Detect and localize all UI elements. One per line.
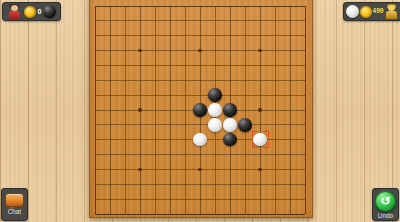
black-stone <box>208 88 221 101</box>
board-gridline-h <box>95 199 305 200</box>
undo-button[interactable]: ↺ Undo <box>372 188 399 221</box>
undo-arrow-icon: ↺ <box>375 191 396 212</box>
player-white-coin-count: 499 <box>373 8 384 15</box>
black-stone <box>223 103 236 116</box>
star-point <box>258 168 261 171</box>
board[interactable] <box>89 0 313 218</box>
game-screen: 0 499 Chat ↺ Undo <box>0 0 400 222</box>
white-stone-icon <box>346 5 359 18</box>
undo-button-label: Undo <box>378 212 393 218</box>
board-gridline-h <box>95 214 305 215</box>
player-panel-black: 0 <box>2 2 61 21</box>
star-point <box>198 49 201 52</box>
board-gridline-h <box>95 124 305 125</box>
player-black-coin-count: 0 <box>38 8 42 15</box>
board-gridline-h <box>95 154 305 155</box>
white-stone <box>208 103 221 116</box>
player-panel-white: 499 <box>343 2 400 21</box>
star-point <box>258 108 261 111</box>
white-stone <box>193 133 206 146</box>
board-gridline-v <box>305 6 306 214</box>
black-stone <box>238 118 251 131</box>
chat-button[interactable]: Chat <box>1 188 28 221</box>
coin-icon <box>24 6 36 18</box>
player-white-avatar <box>384 4 399 19</box>
black-stone-icon <box>43 5 56 18</box>
white-stone <box>208 118 221 131</box>
star-point <box>138 108 141 111</box>
coin-icon <box>360 6 372 18</box>
star-point <box>138 168 141 171</box>
chat-bubble-icon <box>6 194 23 207</box>
black-stone <box>193 103 206 116</box>
black-stone <box>223 133 236 146</box>
white-stone <box>223 118 236 131</box>
star-point <box>138 49 141 52</box>
white-stone <box>253 133 266 146</box>
star-point <box>198 168 201 171</box>
board-gridline-v <box>290 6 291 214</box>
player-black-avatar <box>7 4 22 19</box>
chat-button-label: Chat <box>8 208 21 214</box>
board-gridline-h <box>95 184 305 185</box>
star-point <box>258 49 261 52</box>
